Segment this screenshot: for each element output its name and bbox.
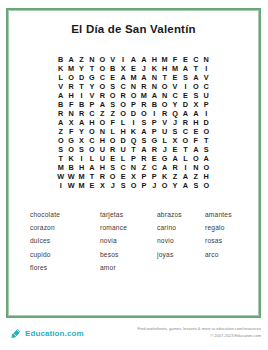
grid-cell-r4c8[interactable]: N	[128, 82, 138, 91]
grid-cell-r9c15[interactable]: O	[201, 127, 211, 136]
grid-cell-r4c4[interactable]: Y	[87, 82, 97, 91]
grid-cell-r6c11[interactable]: O	[159, 100, 169, 109]
word-item: carino	[157, 221, 205, 234]
grid-cell-r3c15[interactable]: V	[201, 73, 211, 82]
grid-cell-r13c7[interactable]: C	[118, 163, 128, 172]
grid-cell-r2c6[interactable]: B	[108, 64, 118, 73]
grid-cell-r15c14[interactable]: S	[191, 181, 201, 190]
grid-cell-r8c2[interactable]: X	[66, 118, 76, 127]
grid-cell-r14c7[interactable]: E	[118, 172, 128, 181]
grid-cell-r7c1[interactable]: R	[56, 109, 66, 118]
grid-cell-r12c7[interactable]: L	[118, 154, 128, 163]
grid-cell-r14c9[interactable]: P	[139, 172, 149, 181]
grid-cell-r11c9[interactable]: A	[139, 145, 149, 154]
grid-cell-r3c14[interactable]: A	[191, 73, 201, 82]
grid-cell-r12c15[interactable]: A	[201, 154, 211, 163]
word-item: amor	[100, 261, 157, 274]
grid-cell-r3c2[interactable]: O	[66, 73, 76, 82]
word-item: tarjetas	[100, 208, 157, 221]
grid-cell-r13c5[interactable]: H	[97, 163, 107, 172]
grid-cell-r13c13[interactable]: I	[180, 163, 190, 172]
grid-cell-r5c7[interactable]: R	[118, 91, 128, 100]
grid-cell-r2c14[interactable]: T	[191, 64, 201, 73]
grid-cell-r5c11[interactable]: N	[159, 91, 169, 100]
grid-cell-r12c3[interactable]: I	[76, 154, 86, 163]
grid-cell-r9c2[interactable]: F	[66, 127, 76, 136]
grid-cell-r11c15[interactable]: S	[201, 145, 211, 154]
grid-cell-r4c2[interactable]: R	[66, 82, 76, 91]
page-title: El Día de San Valentín	[8, 23, 259, 35]
grid-cell-r5c12[interactable]: C	[170, 91, 180, 100]
grid-cell-r13c4[interactable]: A	[87, 163, 97, 172]
grid-cell-r1c8[interactable]: A	[128, 55, 138, 64]
grid-cell-r4c11[interactable]: O	[159, 82, 169, 91]
word-item: flores	[30, 261, 100, 274]
grid-cell-r6c3[interactable]: B	[76, 100, 86, 109]
word-item: dulces	[30, 234, 100, 247]
grid-cell-r4c3[interactable]: T	[76, 82, 86, 91]
grid-cell-r5c14[interactable]: S	[191, 91, 201, 100]
grid-cell-r4c1[interactable]: V	[56, 82, 66, 91]
word-item: amantes	[205, 208, 259, 221]
grid-cell-r2c3[interactable]: Y	[76, 64, 86, 73]
grid-cell-r6c7[interactable]: O	[118, 100, 128, 109]
grid-cell-r2c12[interactable]: M	[170, 64, 180, 73]
grid-cell-r12c2[interactable]: K	[66, 154, 76, 163]
fineprint-line-2: © 2007-2023 Education.com	[138, 333, 261, 340]
grid-cell-r10c4[interactable]: C	[87, 136, 97, 145]
grid-cell-r6c14[interactable]: X	[191, 100, 201, 109]
grid-cell-r6c9[interactable]: R	[139, 100, 149, 109]
grid-cell-r8c6[interactable]: F	[108, 118, 118, 127]
grid-cell-r6c15[interactable]: P	[201, 100, 211, 109]
grid-cell-r4c13[interactable]: I	[180, 82, 190, 91]
grid-cell-r1c2[interactable]: A	[66, 55, 76, 64]
grid-cell-r2c15[interactable]: I	[201, 64, 211, 73]
grid-cell-r3c4[interactable]: G	[87, 73, 97, 82]
grid-cell-r2c10[interactable]: K	[149, 64, 159, 73]
word-item: joyas	[157, 248, 205, 261]
grid-cell-r6c4[interactable]: P	[87, 100, 97, 109]
pencil-logo-icon	[10, 327, 22, 339]
grid-cell-r2c4[interactable]: T	[87, 64, 97, 73]
grid-cell-r14c12[interactable]: Z	[170, 172, 180, 181]
grid-cell-r3c8[interactable]: M	[128, 73, 138, 82]
grid-cell-r1c5[interactable]: O	[97, 55, 107, 64]
grid-cell-r1c12[interactable]: F	[170, 55, 180, 64]
grid-cell-r11c3[interactable]: S	[76, 145, 86, 154]
grid-cell-r10c1[interactable]: O	[56, 136, 66, 145]
grid-cell-r4c5[interactable]: O	[97, 82, 107, 91]
grid-cell-r11c11[interactable]: J	[159, 145, 169, 154]
grid-cell-r13c8[interactable]: N	[128, 163, 138, 172]
word-item: abrazos	[157, 208, 205, 221]
grid-cell-r7c5[interactable]: Z	[97, 109, 107, 118]
grid-cell-r10c8[interactable]: Q	[128, 136, 138, 145]
grid-cell-r6c10[interactable]: B	[149, 100, 159, 109]
grid-cell-r1c9[interactable]: A	[139, 55, 149, 64]
grid-cell-r8c9[interactable]: S	[139, 118, 149, 127]
grid-cell-r7c15[interactable]: I	[201, 109, 211, 118]
grid-cell-r12c8[interactable]: P	[128, 154, 138, 163]
grid-cell-r14c14[interactable]: Z	[191, 172, 201, 181]
grid-cell-r2c1[interactable]: K	[56, 64, 66, 73]
grid-cell-r9c1[interactable]: Z	[56, 127, 66, 136]
grid-cell-r14c11[interactable]: K	[159, 172, 169, 181]
grid-cell-r11c8[interactable]: T	[128, 145, 138, 154]
word-item: romance	[100, 221, 157, 234]
grid-cell-r7c3[interactable]: R	[76, 109, 86, 118]
grid-cell-r2c7[interactable]: X	[118, 64, 128, 73]
word-item: arco	[205, 248, 259, 261]
grid-cell-r8c10[interactable]: P	[149, 118, 159, 127]
word-item: cupido	[30, 248, 100, 261]
grid-cell-r2c5[interactable]: O	[97, 64, 107, 73]
grid-cell-r1c1[interactable]: B	[56, 55, 66, 64]
grid-cell-r10c11[interactable]: L	[159, 136, 169, 145]
grid-cell-r12c14[interactable]: O	[191, 154, 201, 163]
grid-cell-r4c12[interactable]: V	[170, 82, 180, 91]
grid-cell-r7c4[interactable]: C	[87, 109, 97, 118]
grid-cell-r8c5[interactable]: O	[97, 118, 107, 127]
grid-cell-r5c10[interactable]: A	[149, 91, 159, 100]
grid-cell-r10c6[interactable]: O	[108, 136, 118, 145]
grid-cell-r15c5[interactable]: X	[97, 181, 107, 190]
grid-cell-r10c15[interactable]: T	[201, 136, 211, 145]
grid-cell-r9c3[interactable]: Y	[76, 127, 86, 136]
grid-cell-r7c12[interactable]: Q	[170, 109, 180, 118]
grid-cell-r11c13[interactable]: T	[180, 145, 190, 154]
grid-cell-r9c6[interactable]: L	[108, 127, 118, 136]
grid-cell-r12c1[interactable]: T	[56, 154, 66, 163]
grid-cell-r3c12[interactable]: E	[170, 73, 180, 82]
grid-cell-r8c13[interactable]: R	[180, 118, 190, 127]
grid-cell-r12c6[interactable]: E	[108, 154, 118, 163]
educationcom-brand: Education.com	[10, 327, 84, 339]
grid-cell-r14c1[interactable]: W	[56, 172, 66, 181]
grid-cell-r15c10[interactable]: J	[149, 181, 159, 190]
grid-cell-r9c5[interactable]: N	[97, 127, 107, 136]
grid-cell-r8c15[interactable]: D	[201, 118, 211, 127]
grid-cell-r11c1[interactable]: S	[56, 145, 66, 154]
grid-cell-r12c13[interactable]: L	[180, 154, 190, 163]
grid-cell-r9c7[interactable]: H	[118, 127, 128, 136]
grid-cell-r8c4[interactable]: H	[87, 118, 97, 127]
grid-cell-r13c6[interactable]: S	[108, 163, 118, 172]
grid-cell-r7c9[interactable]: O	[139, 109, 149, 118]
grid-cell-r13c11[interactable]: A	[159, 163, 169, 172]
grid-cell-r4c6[interactable]: S	[108, 82, 118, 91]
grid-cell-r6c5[interactable]: A	[97, 100, 107, 109]
grid-cell-r6c2[interactable]: F	[66, 100, 76, 109]
footer: Education.com Find worksheets, games, le…	[10, 324, 261, 340]
grid-cell-r15c4[interactable]: E	[87, 181, 97, 190]
worksheet-border: El Día de San Valentín BAZNOVIAAHMFECNKM…	[6, 8, 261, 318]
grid-cell-r11c12[interactable]: E	[170, 145, 180, 154]
word-item: chocolate	[30, 208, 100, 221]
grid-cell-r10c9[interactable]: S	[139, 136, 149, 145]
grid-cell-r11c4[interactable]: O	[87, 145, 97, 154]
grid-cell-r5c15[interactable]: U	[201, 91, 211, 100]
grid-cell-r10c10[interactable]: G	[149, 136, 159, 145]
grid-cell-r14c6[interactable]: O	[108, 172, 118, 181]
grid-cell-r1c4[interactable]: N	[87, 55, 97, 64]
grid-cell-r1c7[interactable]: I	[118, 55, 128, 64]
word-list: chocolatecorazondulcescupidoflorestarjet…	[8, 208, 259, 274]
worksheet-page: El Día de San Valentín BAZNOVIAAHMFECNKM…	[0, 0, 268, 350]
grid-cell-r13c1[interactable]: M	[56, 163, 66, 172]
grid-cell-r9c9[interactable]: A	[139, 127, 149, 136]
grid-cell-r6c6[interactable]: S	[108, 100, 118, 109]
grid-cell-r4c15[interactable]: C	[201, 82, 211, 91]
grid-cell-r1c15[interactable]: N	[201, 55, 211, 64]
word-search-grid: BAZNOVIAAHMFECNKMYTOBXEJKHMATILODGCEAMAN…	[8, 55, 259, 190]
fineprint-line-1: Find worksheets, games, lessons & more a…	[138, 326, 261, 333]
grid-cell-r1c3[interactable]: Z	[76, 55, 86, 64]
grid-cell-r12c9[interactable]: R	[139, 154, 149, 163]
grid-cell-r10c5[interactable]: H	[97, 136, 107, 145]
grid-cell-r1c14[interactable]: C	[191, 55, 201, 64]
grid-cell-r8c8[interactable]: I	[128, 118, 138, 127]
grid-cell-r1c10[interactable]: H	[149, 55, 159, 64]
grid-cell-r14c2[interactable]: W	[66, 172, 76, 181]
grid-cell-r12c4[interactable]: L	[87, 154, 97, 163]
grid-cell-r12c5[interactable]: U	[97, 154, 107, 163]
grid-cell-r5c6[interactable]: O	[108, 91, 118, 100]
grid-cell-r10c14[interactable]: F	[191, 136, 201, 145]
word-item: novio	[157, 234, 205, 247]
grid-cell-r11c10[interactable]: R	[149, 145, 159, 154]
grid-cell-r5c2[interactable]: H	[66, 91, 76, 100]
grid-cell-r10c2[interactable]: G	[66, 136, 76, 145]
grid-cell-r9c4[interactable]: O	[87, 127, 97, 136]
grid-cell-r6c8[interactable]: P	[128, 100, 138, 109]
grid-cell-r3c11[interactable]: T	[159, 73, 169, 82]
word-item: novia	[100, 234, 157, 247]
grid-cell-r14c5[interactable]: R	[97, 172, 107, 181]
grid-cell-r1c11[interactable]: M	[159, 55, 169, 64]
grid-cell-r7c10[interactable]: I	[149, 109, 159, 118]
word-item: corazon	[30, 221, 100, 234]
grid-cell-r12c11[interactable]: G	[159, 154, 169, 163]
grid-cell-r13c14[interactable]: N	[191, 163, 201, 172]
grid-cell-r15c7[interactable]: S	[118, 181, 128, 190]
grid-cell-r15c13[interactable]: A	[180, 181, 190, 190]
grid-cell-r13c2[interactable]: B	[66, 163, 76, 172]
grid-cell-r15c15[interactable]: O	[201, 181, 211, 190]
grid-cell-r7c6[interactable]: Z	[108, 109, 118, 118]
grid-cell-r15c12[interactable]: Y	[170, 181, 180, 190]
grid-cell-r15c3[interactable]: M	[76, 181, 86, 190]
grid-cell-r13c3[interactable]: H	[76, 163, 86, 172]
word-list-column-3: abrazoscarinonoviojoyas	[157, 208, 205, 274]
grid-cell-r11c2[interactable]: O	[66, 145, 76, 154]
word-list-column-4: amantesregalorosasarco	[205, 208, 259, 274]
grid-cell-r9c13[interactable]: C	[180, 127, 190, 136]
grid-cell-r7c14[interactable]: A	[191, 109, 201, 118]
footer-fineprint: Find worksheets, games, lessons & more a…	[138, 326, 261, 340]
grid-cell-r15c8[interactable]: O	[128, 181, 138, 190]
grid-cell-r3c1[interactable]: L	[56, 73, 66, 82]
grid-cell-r11c7[interactable]: U	[118, 145, 128, 154]
grid-cell-r11c5[interactable]: U	[97, 145, 107, 154]
grid-cell-r9c12[interactable]: S	[170, 127, 180, 136]
grid-cell-r8c12[interactable]: J	[170, 118, 180, 127]
grid-cell-r12c12[interactable]: A	[170, 154, 180, 163]
grid-cell-r9c8[interactable]: K	[128, 127, 138, 136]
word-list-column-1: chocolatecorazondulcescupidoflores	[30, 208, 100, 274]
grid-cell-r8c14[interactable]: H	[191, 118, 201, 127]
grid-cell-r14c3[interactable]: M	[76, 172, 86, 181]
grid-cell-r15c9[interactable]: P	[139, 181, 149, 190]
grid-cell-r8c11[interactable]: V	[159, 118, 169, 127]
grid-cell-r6c12[interactable]: Y	[170, 100, 180, 109]
grid-cell-r4c7[interactable]: C	[118, 82, 128, 91]
grid-cell-r14c15[interactable]: H	[201, 172, 211, 181]
grid-cell-r7c7[interactable]: O	[118, 109, 128, 118]
grid-cell-r14c4[interactable]: T	[87, 172, 97, 181]
grid-cell-r1c6[interactable]: V	[108, 55, 118, 64]
grid-cell-r9c14[interactable]: E	[191, 127, 201, 136]
grid-cell-r5c3[interactable]: I	[76, 91, 86, 100]
grid-cell-r5c13[interactable]: E	[180, 91, 190, 100]
grid-cell-r8c7[interactable]: L	[118, 118, 128, 127]
grid-cell-r7c11[interactable]: R	[159, 109, 169, 118]
grid-cell-r8c1[interactable]: A	[56, 118, 66, 127]
grid-cell-r2c2[interactable]: M	[66, 64, 76, 73]
grid-cell-r3c13[interactable]: S	[180, 73, 190, 82]
grid-cell-r3c6[interactable]: E	[108, 73, 118, 82]
grid-cell-r11c6[interactable]: R	[108, 145, 118, 154]
grid-cell-r11c14[interactable]: A	[191, 145, 201, 154]
grid-cell-r14c13[interactable]: A	[180, 172, 190, 181]
word-item: besos	[100, 248, 157, 261]
grid-cell-r2c9[interactable]: J	[139, 64, 149, 73]
grid-cell-r15c11[interactable]: O	[159, 181, 169, 190]
grid-cell-r5c8[interactable]: O	[128, 91, 138, 100]
grid-cell-r7c13[interactable]: A	[180, 109, 190, 118]
word-item: rosas	[205, 234, 259, 247]
grid-cell-r12c10[interactable]: E	[149, 154, 159, 163]
grid-cell-r4c14[interactable]: O	[191, 82, 201, 91]
grid-cell-r10c7[interactable]: D	[118, 136, 128, 145]
grid-cell-r3c5[interactable]: C	[97, 73, 107, 82]
grid-cell-r5c5[interactable]: R	[97, 91, 107, 100]
grid-cell-r3c10[interactable]: N	[149, 73, 159, 82]
grid-cell-r5c4[interactable]: V	[87, 91, 97, 100]
brand-wordmark: Education.com	[25, 329, 84, 338]
grid-cell-r10c3[interactable]: X	[76, 136, 86, 145]
grid-cell-r10c12[interactable]: X	[170, 136, 180, 145]
grid-cell-r8c3[interactable]: A	[76, 118, 86, 127]
grid-cell-r13c12[interactable]: R	[170, 163, 180, 172]
grid-cell-r6c13[interactable]: D	[180, 100, 190, 109]
grid-cell-r9c10[interactable]: P	[149, 127, 159, 136]
grid-cell-r3c7[interactable]: A	[118, 73, 128, 82]
grid-cell-r14c8[interactable]: X	[128, 172, 138, 181]
grid-cell-r4c9[interactable]: R	[139, 82, 149, 91]
word-list-column-2: tarjetasromancenoviabesosamor	[100, 208, 157, 274]
grid-cell-r15c6[interactable]: J	[108, 181, 118, 190]
grid-cell-r6c1[interactable]: B	[56, 100, 66, 109]
grid-cell-r5c9[interactable]: M	[139, 91, 149, 100]
grid-cell-r15c2[interactable]: W	[66, 181, 76, 190]
grid-cell-r3c3[interactable]: D	[76, 73, 86, 82]
grid-cell-r2c8[interactable]: E	[128, 64, 138, 73]
word-item: regalo	[205, 221, 259, 234]
grid-cell-r7c8[interactable]: D	[128, 109, 138, 118]
grid-cell-r15c1[interactable]: I	[56, 181, 66, 190]
grid-cell-r13c15[interactable]: O	[201, 163, 211, 172]
grid-cell-r1c13[interactable]: E	[180, 55, 190, 64]
grid-cell-r3c9[interactable]: A	[139, 73, 149, 82]
grid-cell-r5c1[interactable]: A	[56, 91, 66, 100]
grid-cell-r13c10[interactable]: C	[149, 163, 159, 172]
grid-cell-r14c10[interactable]: P	[149, 172, 159, 181]
grid-cell-r4c10[interactable]: N	[149, 82, 159, 91]
grid-cell-r13c9[interactable]: Z	[139, 163, 149, 172]
grid-cell-r2c11[interactable]: H	[159, 64, 169, 73]
grid-cell-r7c2[interactable]: N	[66, 109, 76, 118]
grid-cell-r2c13[interactable]: A	[180, 64, 190, 73]
grid-cell-r10c13[interactable]: O	[180, 136, 190, 145]
grid-cell-r9c11[interactable]: U	[159, 127, 169, 136]
